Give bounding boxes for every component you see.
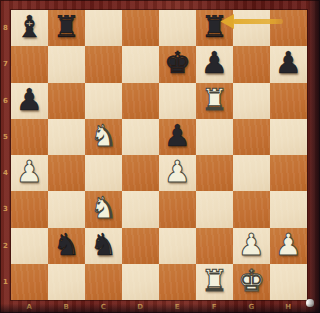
square-e4[interactable]: ♟ — [159, 155, 196, 191]
piece-black-bishop[interactable]: ♝ — [11, 10, 48, 46]
square-e7[interactable]: ♚ — [159, 46, 196, 82]
square-e8[interactable] — [159, 10, 196, 46]
square-e3[interactable] — [159, 191, 196, 227]
file-label: C — [85, 300, 122, 313]
piece-black-pawn[interactable]: ♟ — [270, 46, 307, 82]
square-h8[interactable] — [270, 10, 307, 46]
chess-board[interactable]: ♝♜♜♚♟♟♟♜♞♟♟♟♞♞♞♟♟♜♚ — [11, 10, 307, 300]
file-label: H — [270, 300, 307, 313]
rank-label: 7 — [0, 46, 11, 82]
piece-black-pawn[interactable]: ♟ — [159, 119, 196, 155]
square-c2[interactable]: ♞ — [85, 228, 122, 264]
square-f6[interactable]: ♜ — [196, 83, 233, 119]
square-f2[interactable] — [196, 228, 233, 264]
piece-black-knight[interactable]: ♞ — [85, 228, 122, 264]
square-g5[interactable] — [233, 119, 270, 155]
square-h5[interactable] — [270, 119, 307, 155]
square-d7[interactable] — [122, 46, 159, 82]
square-a3[interactable] — [11, 191, 48, 227]
square-b1[interactable] — [48, 264, 85, 300]
square-c5[interactable]: ♞ — [85, 119, 122, 155]
square-c7[interactable] — [85, 46, 122, 82]
square-g6[interactable] — [233, 83, 270, 119]
square-c8[interactable] — [85, 10, 122, 46]
square-d8[interactable] — [122, 10, 159, 46]
piece-black-king[interactable]: ♚ — [159, 46, 196, 82]
square-d5[interactable] — [122, 119, 159, 155]
piece-black-pawn[interactable]: ♟ — [196, 46, 233, 82]
white-to-move-indicator — [306, 299, 314, 307]
file-label: B — [48, 300, 85, 313]
square-d6[interactable] — [122, 83, 159, 119]
file-labels: ABCDEFGH — [11, 300, 307, 313]
file-label: A — [11, 300, 48, 313]
square-b3[interactable] — [48, 191, 85, 227]
square-b6[interactable] — [48, 83, 85, 119]
square-d2[interactable] — [122, 228, 159, 264]
square-c1[interactable] — [85, 264, 122, 300]
file-label: F — [196, 300, 233, 313]
square-g8[interactable] — [233, 10, 270, 46]
square-g2[interactable]: ♟ — [233, 228, 270, 264]
square-e1[interactable] — [159, 264, 196, 300]
square-f4[interactable] — [196, 155, 233, 191]
square-e2[interactable] — [159, 228, 196, 264]
square-c6[interactable] — [85, 83, 122, 119]
square-f7[interactable]: ♟ — [196, 46, 233, 82]
square-f3[interactable] — [196, 191, 233, 227]
square-e6[interactable] — [159, 83, 196, 119]
square-a8[interactable]: ♝ — [11, 10, 48, 46]
chess-board-frame: 87654321 ♝♜♜♚♟♟♟♜♞♟♟♟♞♞♞♟♟♜♚ ABCDEFGH — [0, 0, 320, 313]
square-g1[interactable]: ♚ — [233, 264, 270, 300]
rank-label: 3 — [0, 191, 11, 227]
piece-white-rook[interactable]: ♜ — [196, 83, 233, 119]
square-a6[interactable]: ♟ — [11, 83, 48, 119]
square-a5[interactable] — [11, 119, 48, 155]
square-g4[interactable] — [233, 155, 270, 191]
square-h1[interactable] — [270, 264, 307, 300]
rank-label: 8 — [0, 10, 11, 46]
square-d1[interactable] — [122, 264, 159, 300]
square-h7[interactable]: ♟ — [270, 46, 307, 82]
piece-white-rook[interactable]: ♜ — [196, 264, 233, 300]
piece-black-rook[interactable]: ♜ — [196, 10, 233, 46]
square-a7[interactable] — [11, 46, 48, 82]
rank-label: 5 — [0, 119, 11, 155]
rank-label: 6 — [0, 83, 11, 119]
square-b5[interactable] — [48, 119, 85, 155]
piece-white-pawn[interactable]: ♟ — [270, 228, 307, 264]
square-f1[interactable]: ♜ — [196, 264, 233, 300]
square-c3[interactable]: ♞ — [85, 191, 122, 227]
piece-white-knight[interactable]: ♞ — [85, 119, 122, 155]
file-label: E — [159, 300, 196, 313]
piece-black-rook[interactable]: ♜ — [48, 10, 85, 46]
square-b2[interactable]: ♞ — [48, 228, 85, 264]
square-e5[interactable]: ♟ — [159, 119, 196, 155]
square-b4[interactable] — [48, 155, 85, 191]
square-f5[interactable] — [196, 119, 233, 155]
square-a4[interactable]: ♟ — [11, 155, 48, 191]
piece-black-pawn[interactable]: ♟ — [11, 83, 48, 119]
square-g7[interactable] — [233, 46, 270, 82]
square-h6[interactable] — [270, 83, 307, 119]
piece-white-pawn[interactable]: ♟ — [11, 155, 48, 191]
piece-white-pawn[interactable]: ♟ — [233, 228, 270, 264]
square-b7[interactable] — [48, 46, 85, 82]
file-label: D — [122, 300, 159, 313]
piece-white-pawn[interactable]: ♟ — [159, 155, 196, 191]
square-g3[interactable] — [233, 191, 270, 227]
square-c4[interactable] — [85, 155, 122, 191]
rank-label: 1 — [0, 264, 11, 300]
square-d3[interactable] — [122, 191, 159, 227]
square-h3[interactable] — [270, 191, 307, 227]
square-a2[interactable] — [11, 228, 48, 264]
rank-label: 2 — [0, 228, 11, 264]
piece-white-king[interactable]: ♚ — [233, 264, 270, 300]
file-label: G — [233, 300, 270, 313]
square-f8[interactable]: ♜ — [196, 10, 233, 46]
piece-white-knight[interactable]: ♞ — [85, 191, 122, 227]
rank-labels: 87654321 — [0, 10, 11, 300]
piece-black-knight[interactable]: ♞ — [48, 228, 85, 264]
square-b8[interactable]: ♜ — [48, 10, 85, 46]
rank-label: 4 — [0, 155, 11, 191]
square-h4[interactable] — [270, 155, 307, 191]
square-d4[interactable] — [122, 155, 159, 191]
square-a1[interactable] — [11, 264, 48, 300]
square-h2[interactable]: ♟ — [270, 228, 307, 264]
